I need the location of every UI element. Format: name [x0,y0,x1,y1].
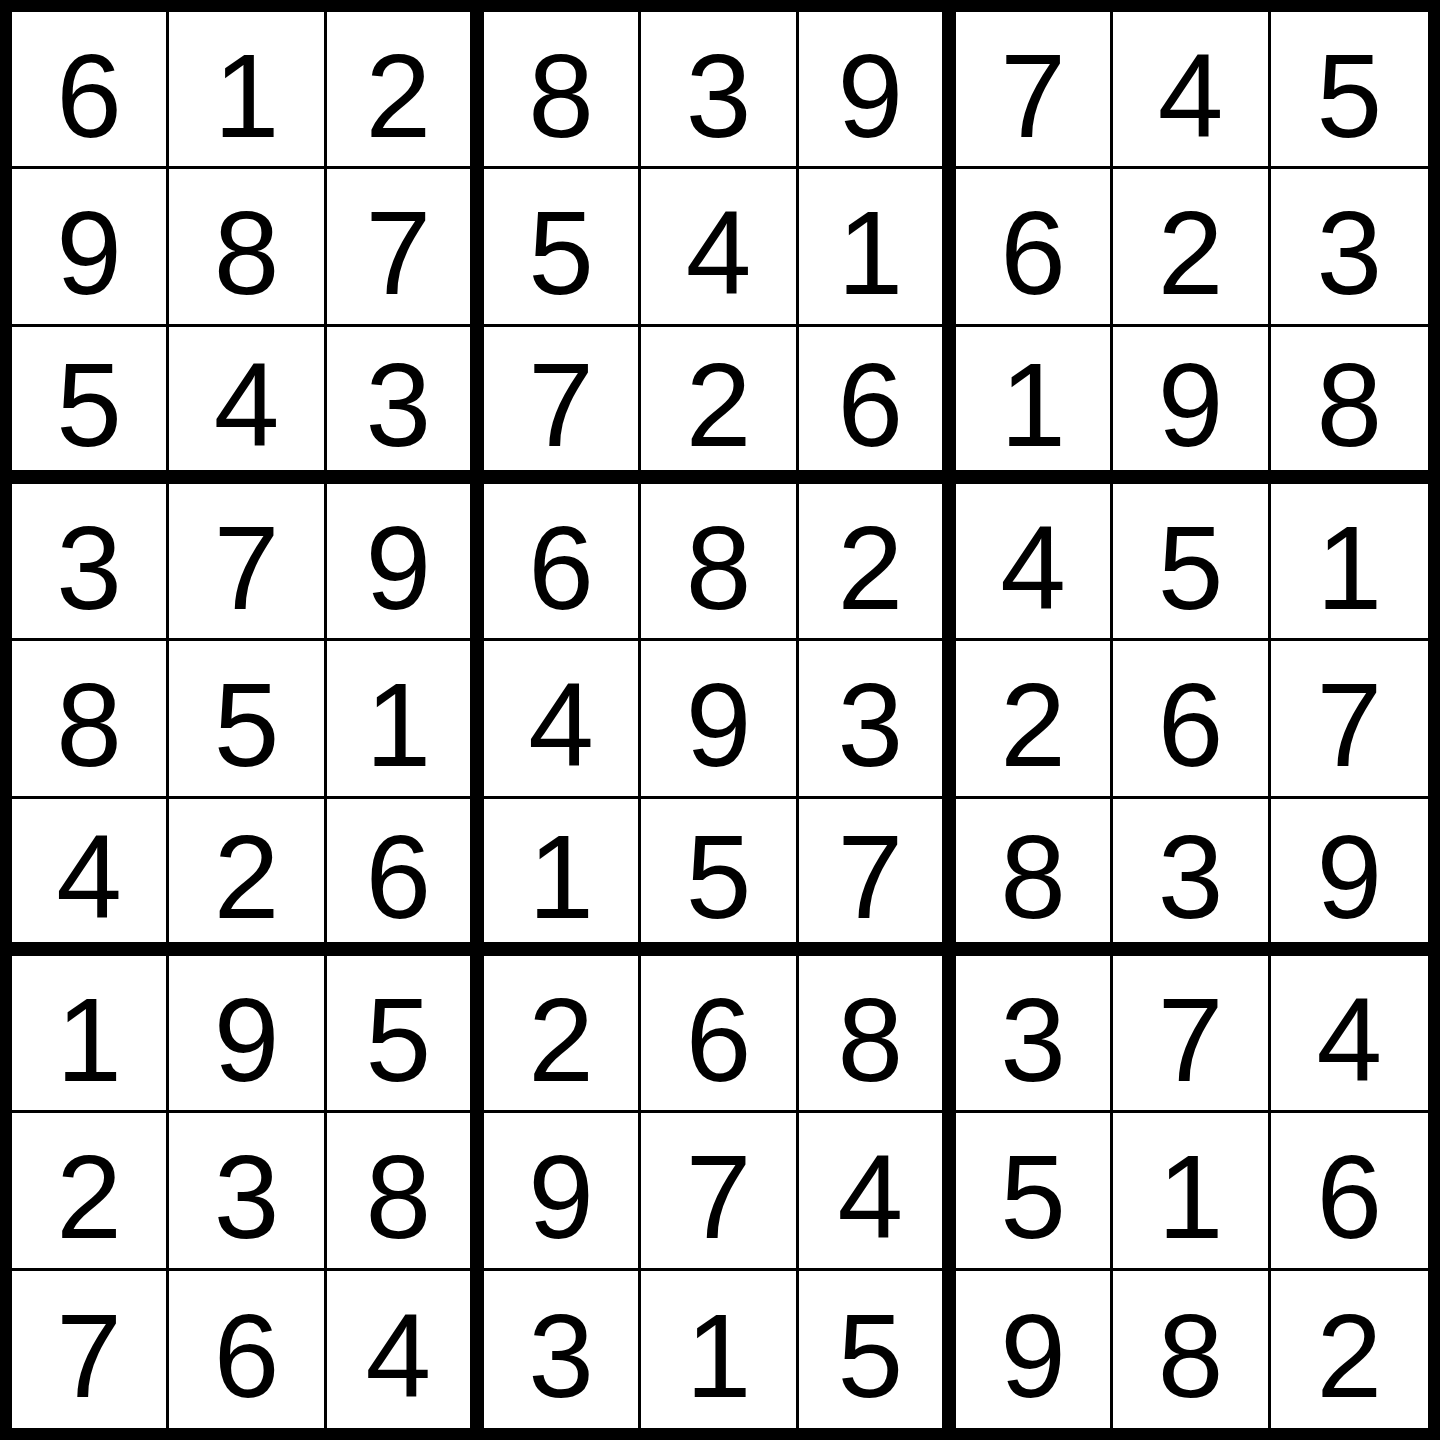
cell-r4c3: 9 [327,484,484,641]
cell-digit: 2 [838,509,904,627]
cell-r1c7: 7 [956,12,1113,169]
cell-digit: 9 [686,666,752,784]
cell-r4c6: 2 [799,484,956,641]
cell-r2c2: 8 [169,169,326,326]
cell-digit: 7 [56,1297,122,1415]
cell-r7c6: 8 [799,956,956,1113]
cell-digit: 5 [838,1297,904,1415]
cell-digit: 9 [838,37,904,155]
cell-digit: 6 [214,1297,280,1415]
cell-digit: 4 [1317,981,1383,1099]
cell-digit: 7 [1317,666,1383,784]
cell-r8c1: 2 [12,1113,169,1270]
cell-digit: 7 [366,194,432,312]
cell-r2c3: 7 [327,169,484,326]
cell-r8c6: 4 [799,1113,956,1270]
cell-digit: 5 [528,194,594,312]
cell-r2c7: 6 [956,169,1113,326]
cell-r8c8: 1 [1113,1113,1270,1270]
sudoku-board: 6128397459875416235437261983796824518514… [0,0,1440,1440]
cell-r1c2: 1 [169,12,326,169]
cell-digit: 6 [56,37,122,155]
cell-r2c1: 9 [12,169,169,326]
cell-r8c2: 3 [169,1113,326,1270]
cell-digit: 8 [686,509,752,627]
cell-digit: 2 [56,1138,122,1256]
cell-r6c2: 2 [169,799,326,956]
cell-digit: 4 [528,666,594,784]
cell-r4c2: 7 [169,484,326,641]
cell-r2c5: 4 [641,169,798,326]
cell-r3c4: 7 [484,327,641,484]
cell-digit: 8 [838,981,904,1099]
cell-r1c4: 8 [484,12,641,169]
cell-digit: 9 [1000,1297,1066,1415]
cell-digit: 1 [686,1297,752,1415]
cell-r6c8: 3 [1113,799,1270,956]
cell-digit: 8 [528,37,594,155]
cell-r5c2: 5 [169,641,326,798]
cell-r8c7: 5 [956,1113,1113,1270]
cell-digit: 3 [214,1138,280,1256]
cell-r7c5: 6 [641,956,798,1113]
cell-digit: 6 [838,346,904,464]
cell-r8c4: 9 [484,1113,641,1270]
cell-digit: 6 [1158,666,1224,784]
cell-digit: 2 [1158,194,1224,312]
cell-digit: 5 [1158,509,1224,627]
cell-r9c6: 5 [799,1271,956,1428]
cell-digit: 5 [56,346,122,464]
cell-r1c6: 9 [799,12,956,169]
cell-r8c3: 8 [327,1113,484,1270]
cell-digit: 7 [1158,981,1224,1099]
cell-digit: 8 [1158,1297,1224,1415]
cell-digit: 9 [56,194,122,312]
cell-r5c3: 1 [327,641,484,798]
cell-r8c5: 7 [641,1113,798,1270]
cell-digit: 2 [214,818,280,936]
cell-r6c4: 1 [484,799,641,956]
cell-digit: 3 [1317,194,1383,312]
cell-r4c5: 8 [641,484,798,641]
cell-r7c8: 7 [1113,956,1270,1113]
cell-r3c9: 8 [1271,327,1428,484]
cell-digit: 6 [1317,1138,1383,1256]
cell-r5c4: 4 [484,641,641,798]
cell-digit: 4 [214,346,280,464]
cell-r9c4: 3 [484,1271,641,1428]
cell-r9c3: 4 [327,1271,484,1428]
cell-digit: 1 [56,981,122,1099]
cell-digit: 5 [366,981,432,1099]
cell-digit: 1 [528,818,594,936]
cell-digit: 3 [1158,818,1224,936]
cell-digit: 3 [366,346,432,464]
cell-r3c7: 1 [956,327,1113,484]
cell-r1c3: 2 [327,12,484,169]
cell-r4c8: 5 [1113,484,1270,641]
cell-digit: 7 [686,1138,752,1256]
cell-r6c1: 4 [12,799,169,956]
cell-r5c8: 6 [1113,641,1270,798]
cell-r9c9: 2 [1271,1271,1428,1428]
cell-r2c9: 3 [1271,169,1428,326]
cell-digit: 1 [1317,509,1383,627]
cell-r3c2: 4 [169,327,326,484]
cell-digit: 8 [214,194,280,312]
cell-r9c2: 6 [169,1271,326,1428]
cell-r6c5: 5 [641,799,798,956]
cell-digit: 3 [528,1297,594,1415]
cell-digit: 9 [1158,346,1224,464]
cell-digit: 6 [528,509,594,627]
cell-r6c9: 9 [1271,799,1428,956]
cell-digit: 1 [366,666,432,784]
cell-digit: 2 [1317,1297,1383,1415]
cell-digit: 6 [366,818,432,936]
cell-r4c4: 6 [484,484,641,641]
cell-r4c9: 1 [1271,484,1428,641]
cell-r7c4: 2 [484,956,641,1113]
cell-r2c6: 1 [799,169,956,326]
cell-r7c3: 5 [327,956,484,1113]
cell-digit: 7 [214,509,280,627]
cell-r9c5: 1 [641,1271,798,1428]
cell-digit: 1 [214,37,280,155]
cell-digit: 2 [366,37,432,155]
cell-digit: 9 [1317,818,1383,936]
cell-digit: 8 [1317,346,1383,464]
cell-r7c7: 3 [956,956,1113,1113]
cell-digit: 2 [1000,666,1066,784]
cell-digit: 4 [838,1138,904,1256]
cell-digit: 5 [1000,1138,1066,1256]
cell-digit: 1 [1000,346,1066,464]
cell-r1c5: 3 [641,12,798,169]
cell-digit: 7 [838,818,904,936]
cell-r5c9: 7 [1271,641,1428,798]
cell-digit: 3 [686,37,752,155]
cell-digit: 3 [1000,981,1066,1099]
cell-digit: 1 [1158,1138,1224,1256]
cell-r9c7: 9 [956,1271,1113,1428]
cell-r5c5: 9 [641,641,798,798]
cell-digit: 7 [528,346,594,464]
cell-r5c7: 2 [956,641,1113,798]
cell-r6c6: 7 [799,799,956,956]
cell-r3c6: 6 [799,327,956,484]
cell-r3c1: 5 [12,327,169,484]
cell-digit: 4 [1158,37,1224,155]
cell-r4c7: 4 [956,484,1113,641]
cell-digit: 5 [1317,37,1383,155]
cell-digit: 3 [56,509,122,627]
cell-r5c1: 8 [12,641,169,798]
cell-r2c8: 2 [1113,169,1270,326]
cell-digit: 1 [838,194,904,312]
cell-digit: 8 [1000,818,1066,936]
cell-digit: 9 [366,509,432,627]
cell-digit: 4 [1000,509,1066,627]
cell-digit: 5 [214,666,280,784]
cell-r3c8: 9 [1113,327,1270,484]
cell-r1c1: 6 [12,12,169,169]
cell-digit: 8 [56,666,122,784]
cell-r2c4: 5 [484,169,641,326]
cell-r7c9: 4 [1271,956,1428,1113]
cell-digit: 4 [686,194,752,312]
cell-r8c9: 6 [1271,1113,1428,1270]
cell-digit: 9 [528,1138,594,1256]
cell-digit: 5 [686,818,752,936]
cell-digit: 3 [838,666,904,784]
cell-digit: 9 [214,981,280,1099]
cell-digit: 2 [686,346,752,464]
cell-r7c1: 1 [12,956,169,1113]
cell-digit: 7 [1000,37,1066,155]
cell-r7c2: 9 [169,956,326,1113]
cell-digit: 8 [366,1138,432,1256]
cell-digit: 6 [1000,194,1066,312]
cell-r1c9: 5 [1271,12,1428,169]
cell-digit: 6 [686,981,752,1099]
cell-r9c8: 8 [1113,1271,1270,1428]
cell-digit: 2 [528,981,594,1099]
cell-r9c1: 7 [12,1271,169,1428]
cell-digit: 4 [366,1297,432,1415]
cell-r5c6: 3 [799,641,956,798]
cell-r4c1: 3 [12,484,169,641]
cell-r1c8: 4 [1113,12,1270,169]
cell-digit: 4 [56,818,122,936]
cell-r3c5: 2 [641,327,798,484]
cell-r6c3: 6 [327,799,484,956]
cell-r6c7: 8 [956,799,1113,956]
cell-r3c3: 3 [327,327,484,484]
